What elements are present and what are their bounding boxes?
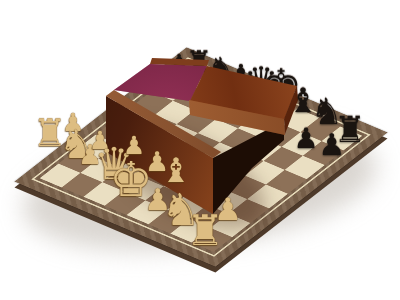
chess-piece-black-p: ♟ [319,130,346,160]
chess-piece-black-n: ♞ [311,94,343,130]
chess-piece-white-r: ♜ [186,210,224,252]
chess-piece-white-n: ♞ [59,124,95,164]
chess-piece-black-r: ♜ [334,112,366,148]
chess-piece-black-b: ♝ [288,83,318,117]
chess-piece-white-p: ♟ [214,194,242,225]
chess-piece-white-p: ♟ [89,128,111,153]
pieces-front-layer: ♝♞♜♟♟♜♟♞♟♟♛♟♚♟♝♟♞♜♟ [0,0,400,300]
chess-piece-black-p: ♟ [293,125,318,153]
chess-piece-white-q: ♛ [94,142,133,186]
stage: ♟♜♞♟♛♚ ♝♞♜♟♟♜♟♞♟♟♛♟♚♟♝♟♞♜♟ [0,0,400,300]
chess-piece-white-p: ♟ [62,110,84,135]
chess-piece-white-p: ♟ [145,185,172,215]
chess-piece-white-p: ♟ [123,133,145,158]
chess-piece-white-n: ♞ [161,188,200,232]
chess-piece-white-k: ♚ [109,155,152,203]
chess-piece-white-b: ♝ [161,153,191,187]
chess-piece-white-p: ♟ [78,141,102,168]
chess-piece-white-p: ♟ [145,148,169,175]
chess-piece-white-r: ♜ [33,114,67,152]
